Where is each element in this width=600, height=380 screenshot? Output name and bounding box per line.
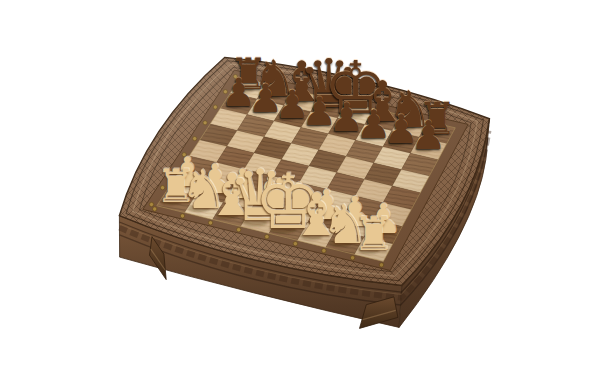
chess-set-product-photo: ♜♞♝♛♚♝♞♜♟♟♟♟♟♟♟♟♟♟♟♟♟♟♟♟♜♞♝♛♚♝♞♜ [0, 0, 600, 380]
chessboard [0, 0, 600, 380]
